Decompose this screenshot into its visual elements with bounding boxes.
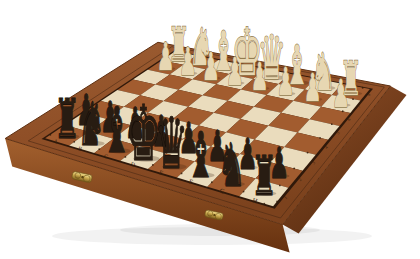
black-bishop-f1: ♝ <box>186 118 216 192</box>
rail-dot-right <box>307 152 309 154</box>
rail-dot-front <box>49 134 51 136</box>
white-pawn-c7: ♟ <box>202 43 220 88</box>
black-queen-e1: ♛ <box>155 102 188 185</box>
chess-set-photo: ABCDEFGH12345678♜♞♝♚♛♝♞♜♟♟♟♟♟♟♟♟♟♟♟♟♟♟♟♟… <box>0 0 420 259</box>
chess-board: ABCDEFGH12345678♜♞♝♚♛♝♞♜♟♟♟♟♟♟♟♟♟♟♟♟♟♟♟♟… <box>0 0 420 259</box>
white-pawn-g7: ♟ <box>304 64 322 109</box>
rail-dot-right <box>319 137 321 139</box>
black-rook-h1: ♜ <box>251 145 277 208</box>
white-pawn-d7: ♟ <box>226 48 244 93</box>
black-knight-g1: ♞ <box>217 129 245 199</box>
rail-dot-right <box>331 123 333 125</box>
white-pawn-a7: ♟ <box>156 34 174 79</box>
white-pawn-b7: ♟ <box>179 38 197 83</box>
rail-dot-right <box>293 168 295 170</box>
white-pawn-f7: ♟ <box>277 59 295 104</box>
black-rook-a1: ♜ <box>54 88 80 151</box>
white-pawn-e7: ♟ <box>251 53 269 98</box>
white-pawn-h7: ♟ <box>332 70 350 115</box>
